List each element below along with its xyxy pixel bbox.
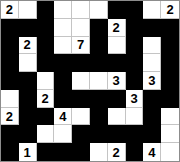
wall-cell-r1c9[interactable] xyxy=(161,19,179,37)
wall-cell-r5c8[interactable] xyxy=(143,90,161,108)
island-cell-r8c9[interactable] xyxy=(161,143,179,161)
wall-cell-r2c5[interactable] xyxy=(90,37,108,55)
island-cell-r0c5[interactable] xyxy=(90,1,108,19)
wall-cell-r6c2[interactable] xyxy=(37,108,55,126)
island-cell-r7c9[interactable] xyxy=(161,125,179,143)
island-cell-r7c3[interactable] xyxy=(54,125,72,143)
wall-cell-r2c7[interactable] xyxy=(126,37,144,55)
island-cell-r7c2[interactable] xyxy=(37,125,55,143)
clue-cell-r1c6[interactable]: 2 xyxy=(108,19,126,37)
wall-cell-r1c7[interactable] xyxy=(126,19,144,37)
island-cell-r3c8[interactable] xyxy=(143,54,161,72)
wall-cell-r6c1[interactable] xyxy=(19,108,37,126)
island-cell-r2c8[interactable] xyxy=(143,37,161,55)
island-cell-r0c8[interactable] xyxy=(143,1,161,19)
clue-cell-r0c9[interactable]: 2 xyxy=(161,1,179,19)
wall-cell-r6c5[interactable] xyxy=(90,108,108,126)
wall-cell-r5c3[interactable] xyxy=(54,90,72,108)
island-cell-r8c5[interactable] xyxy=(90,143,108,161)
island-cell-r1c4[interactable] xyxy=(72,19,90,37)
wall-cell-r8c3[interactable] xyxy=(54,143,72,161)
clue-cell-r5c7[interactable]: 3 xyxy=(126,90,144,108)
clue-cell-r2c4[interactable]: 7 xyxy=(72,37,90,55)
clue-cell-r0c0[interactable]: 2 xyxy=(1,1,19,19)
wall-cell-r4c0[interactable] xyxy=(1,72,19,90)
wall-cell-r4c7[interactable] xyxy=(126,72,144,90)
wall-cell-r5c1[interactable] xyxy=(19,90,37,108)
wall-cell-r6c8[interactable] xyxy=(143,108,161,126)
wall-cell-r3c9[interactable] xyxy=(161,54,179,72)
wall-cell-r5c9[interactable] xyxy=(161,90,179,108)
wall-cell-r3c3[interactable] xyxy=(54,54,72,72)
wall-cell-r7c5[interactable] xyxy=(90,125,108,143)
wall-cell-r5c6[interactable] xyxy=(108,90,126,108)
wall-cell-r3c6[interactable] xyxy=(108,54,126,72)
wall-cell-r7c6[interactable] xyxy=(108,125,126,143)
wall-cell-r2c0[interactable] xyxy=(1,37,19,55)
wall-cell-r0c2[interactable] xyxy=(37,1,55,19)
wall-cell-r7c7[interactable] xyxy=(126,125,144,143)
wall-cell-r4c3[interactable] xyxy=(54,72,72,90)
island-cell-r4c4[interactable] xyxy=(72,72,90,90)
island-cell-r3c1[interactable] xyxy=(19,54,37,72)
wall-cell-r8c2[interactable] xyxy=(37,143,55,161)
wall-cell-r3c4[interactable] xyxy=(72,54,90,72)
wall-cell-r2c9[interactable] xyxy=(161,37,179,55)
wall-cell-r8c0[interactable] xyxy=(1,143,19,161)
wall-cell-r1c1[interactable] xyxy=(19,19,37,37)
clue-cell-r8c1[interactable]: 1 xyxy=(19,143,37,161)
island-cell-r5c0[interactable] xyxy=(1,90,19,108)
clue-cell-r6c3[interactable]: 4 xyxy=(54,108,72,126)
island-cell-r6c7[interactable] xyxy=(126,108,144,126)
wall-cell-r0c6[interactable] xyxy=(108,1,126,19)
wall-cell-r3c2[interactable] xyxy=(37,54,55,72)
wall-cell-r1c0[interactable] xyxy=(1,19,19,37)
clue-cell-r6c0[interactable]: 2 xyxy=(1,108,19,126)
island-cell-r1c3[interactable] xyxy=(54,19,72,37)
island-cell-r2c6[interactable] xyxy=(108,37,126,55)
wall-cell-r5c5[interactable] xyxy=(90,90,108,108)
island-cell-r6c9[interactable] xyxy=(161,108,179,126)
island-cell-r0c4[interactable] xyxy=(72,1,90,19)
wall-cell-r3c5[interactable] xyxy=(90,54,108,72)
wall-cell-r1c5[interactable] xyxy=(90,19,108,37)
wall-cell-r3c0[interactable] xyxy=(1,54,19,72)
island-cell-r2c3[interactable] xyxy=(54,37,72,55)
wall-cell-r1c2[interactable] xyxy=(37,19,55,37)
wall-cell-r2c2[interactable] xyxy=(37,37,55,55)
clue-cell-r4c6[interactable]: 3 xyxy=(108,72,126,90)
clue-cell-r8c8[interactable]: 4 xyxy=(143,143,161,161)
wall-cell-r7c4[interactable] xyxy=(72,125,90,143)
nurikabe-board: 22227332324124 xyxy=(0,0,180,162)
island-cell-r6c4[interactable] xyxy=(72,108,90,126)
island-cell-r0c1[interactable] xyxy=(19,1,37,19)
clue-cell-r4c8[interactable]: 3 xyxy=(143,72,161,90)
wall-cell-r7c8[interactable] xyxy=(143,125,161,143)
wall-cell-r7c0[interactable] xyxy=(1,125,19,143)
wall-cell-r7c1[interactable] xyxy=(19,125,37,143)
island-cell-r6c6[interactable] xyxy=(108,108,126,126)
island-cell-r0c3[interactable] xyxy=(54,1,72,19)
clue-cell-r2c1[interactable]: 2 xyxy=(19,37,37,55)
wall-cell-r1c8[interactable] xyxy=(143,19,161,37)
clue-cell-r5c2[interactable]: 2 xyxy=(37,90,55,108)
wall-cell-r8c7[interactable] xyxy=(126,143,144,161)
wall-cell-r4c1[interactable] xyxy=(19,72,37,90)
wall-cell-r8c4[interactable] xyxy=(72,143,90,161)
clue-cell-r8c6[interactable]: 2 xyxy=(108,143,126,161)
island-cell-r4c2[interactable] xyxy=(37,72,55,90)
wall-cell-r5c4[interactable] xyxy=(72,90,90,108)
wall-cell-r4c9[interactable] xyxy=(161,72,179,90)
wall-cell-r0c7[interactable] xyxy=(126,1,144,19)
wall-cell-r3c7[interactable] xyxy=(126,54,144,72)
island-cell-r4c5[interactable] xyxy=(90,72,108,90)
